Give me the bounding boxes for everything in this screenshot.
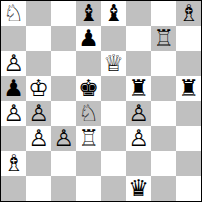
- black-pawn-a5: ♟: [3, 76, 24, 101]
- square-c8[interactable]: [51, 1, 76, 26]
- square-f4[interactable]: ♙: [126, 101, 151, 126]
- square-g4[interactable]: [151, 101, 176, 126]
- square-h5[interactable]: ♜: [176, 76, 201, 101]
- square-g5[interactable]: [151, 76, 176, 101]
- square-e5[interactable]: [101, 76, 126, 101]
- square-d1[interactable]: [76, 176, 101, 201]
- white-pawn-c3: ♙: [53, 126, 74, 151]
- square-a3[interactable]: [1, 126, 26, 151]
- black-bishop-d8: ♝: [78, 1, 99, 26]
- square-g1[interactable]: [151, 176, 176, 201]
- black-rook-f5: ♜: [128, 76, 149, 101]
- square-h2[interactable]: [176, 151, 201, 176]
- square-a2[interactable]: ♗: [1, 151, 26, 176]
- square-d3[interactable]: ♖: [76, 126, 101, 151]
- square-a5[interactable]: ♟: [1, 76, 26, 101]
- square-d5[interactable]: ♚: [76, 76, 101, 101]
- square-d7[interactable]: ♟: [76, 26, 101, 51]
- white-pawn-a4: ♙: [3, 101, 24, 126]
- black-pawn-d7: ♟: [78, 26, 99, 51]
- square-c1[interactable]: [51, 176, 76, 201]
- square-c5[interactable]: [51, 76, 76, 101]
- square-a7[interactable]: [1, 26, 26, 51]
- square-h3[interactable]: [176, 126, 201, 151]
- square-b4[interactable]: ♙: [26, 101, 51, 126]
- square-g3[interactable]: [151, 126, 176, 151]
- white-bishop-h8: ♗: [178, 1, 199, 26]
- square-h1[interactable]: [176, 176, 201, 201]
- square-h8[interactable]: ♗: [176, 1, 201, 26]
- square-f1[interactable]: ♛: [126, 176, 151, 201]
- square-d4[interactable]: ♘: [76, 101, 101, 126]
- black-bishop-e8: ♝: [103, 1, 124, 26]
- square-e3[interactable]: [101, 126, 126, 151]
- white-queen-e6: ♕: [103, 51, 124, 76]
- square-d8[interactable]: ♝: [76, 1, 101, 26]
- square-f2[interactable]: [126, 151, 151, 176]
- square-f6[interactable]: [126, 51, 151, 76]
- square-e6[interactable]: ♕: [101, 51, 126, 76]
- square-d2[interactable]: [76, 151, 101, 176]
- white-rook-g7: ♖: [153, 26, 174, 51]
- square-f8[interactable]: [126, 1, 151, 26]
- white-knight-d4: ♘: [78, 101, 99, 126]
- square-d6[interactable]: [76, 51, 101, 76]
- square-a1[interactable]: [1, 176, 26, 201]
- square-f3[interactable]: ♙: [126, 126, 151, 151]
- square-g6[interactable]: [151, 51, 176, 76]
- white-bishop-a2: ♗: [3, 151, 24, 176]
- square-c4[interactable]: [51, 101, 76, 126]
- square-g8[interactable]: [151, 1, 176, 26]
- square-b1[interactable]: [26, 176, 51, 201]
- square-b3[interactable]: ♙: [26, 126, 51, 151]
- square-e1[interactable]: [101, 176, 126, 201]
- square-c2[interactable]: [51, 151, 76, 176]
- square-g2[interactable]: [151, 151, 176, 176]
- square-b7[interactable]: [26, 26, 51, 51]
- square-b5[interactable]: ♔: [26, 76, 51, 101]
- square-a4[interactable]: ♙: [1, 101, 26, 126]
- square-h7[interactable]: [176, 26, 201, 51]
- square-e7[interactable]: [101, 26, 126, 51]
- black-rook-h5: ♜: [178, 76, 199, 101]
- square-f7[interactable]: [126, 26, 151, 51]
- white-rook-d3: ♖: [78, 126, 99, 151]
- square-b6[interactable]: [26, 51, 51, 76]
- square-e2[interactable]: [101, 151, 126, 176]
- white-knight-a8: ♘: [3, 1, 24, 26]
- square-c6[interactable]: [51, 51, 76, 76]
- square-g7[interactable]: ♖: [151, 26, 176, 51]
- square-b8[interactable]: [26, 1, 51, 26]
- square-e4[interactable]: [101, 101, 126, 126]
- square-e8[interactable]: ♝: [101, 1, 126, 26]
- square-c3[interactable]: ♙: [51, 126, 76, 151]
- square-h4[interactable]: [176, 101, 201, 126]
- white-pawn-f3: ♙: [128, 126, 149, 151]
- white-pawn-f4: ♙: [128, 101, 149, 126]
- black-queen-f1: ♛: [128, 176, 149, 201]
- white-pawn-b4: ♙: [28, 101, 49, 126]
- square-h6[interactable]: [176, 51, 201, 76]
- square-b2[interactable]: [26, 151, 51, 176]
- square-a8[interactable]: ♘: [1, 1, 26, 26]
- white-king-b5: ♔: [28, 76, 49, 101]
- square-c7[interactable]: [51, 26, 76, 51]
- square-f5[interactable]: ♜: [126, 76, 151, 101]
- white-pawn-b3: ♙: [28, 126, 49, 151]
- black-king-d5: ♚: [78, 76, 99, 101]
- square-a6[interactable]: ♙: [1, 51, 26, 76]
- chess-board: ♘♝♝♗♟♖♙♕♟♔♚♜♜♙♙♘♙♙♙♖♙♗♛: [0, 0, 202, 202]
- white-pawn-a6: ♙: [3, 51, 24, 76]
